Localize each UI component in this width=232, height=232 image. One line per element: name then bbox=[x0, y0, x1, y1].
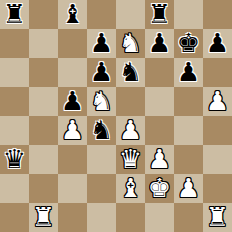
square-c1[interactable] bbox=[58, 203, 87, 232]
square-d3[interactable] bbox=[87, 145, 116, 174]
square-d8[interactable] bbox=[87, 0, 116, 29]
square-b8[interactable] bbox=[29, 0, 58, 29]
square-h5[interactable]: ♟ bbox=[203, 87, 232, 116]
square-a5[interactable] bbox=[0, 87, 29, 116]
square-e6[interactable]: ♞ bbox=[116, 58, 145, 87]
square-a4[interactable] bbox=[0, 116, 29, 145]
white-rook-b1[interactable]: ♜ bbox=[32, 203, 55, 232]
white-knight-d5[interactable]: ♞ bbox=[90, 87, 113, 116]
square-f6[interactable] bbox=[145, 58, 174, 87]
square-g2[interactable]: ♟ bbox=[174, 174, 203, 203]
square-c2[interactable] bbox=[58, 174, 87, 203]
square-f1[interactable] bbox=[145, 203, 174, 232]
square-b4[interactable] bbox=[29, 116, 58, 145]
square-g1[interactable] bbox=[174, 203, 203, 232]
black-rook-f8[interactable]: ♜ bbox=[148, 0, 171, 29]
black-rook-a8[interactable]: ♜ bbox=[3, 0, 26, 29]
square-d7[interactable]: ♟ bbox=[87, 29, 116, 58]
square-b5[interactable] bbox=[29, 87, 58, 116]
square-g8[interactable] bbox=[174, 0, 203, 29]
white-pawn-g2[interactable]: ♟ bbox=[177, 174, 200, 203]
square-h8[interactable] bbox=[203, 0, 232, 29]
black-knight-d4[interactable]: ♞ bbox=[90, 116, 113, 145]
square-d4[interactable]: ♞ bbox=[87, 116, 116, 145]
black-queen-a3[interactable]: ♛ bbox=[3, 145, 26, 174]
square-c3[interactable] bbox=[58, 145, 87, 174]
white-knight-e7[interactable]: ♞ bbox=[119, 29, 142, 58]
white-bishop-e2[interactable]: ♝ bbox=[119, 174, 142, 203]
square-a2[interactable] bbox=[0, 174, 29, 203]
square-d1[interactable] bbox=[87, 203, 116, 232]
black-pawn-h7[interactable]: ♟ bbox=[206, 29, 229, 58]
square-e5[interactable] bbox=[116, 87, 145, 116]
square-f8[interactable]: ♜ bbox=[145, 0, 174, 29]
square-e4[interactable]: ♟ bbox=[116, 116, 145, 145]
square-d5[interactable]: ♞ bbox=[87, 87, 116, 116]
square-f7[interactable]: ♟ bbox=[145, 29, 174, 58]
square-h6[interactable] bbox=[203, 58, 232, 87]
white-pawn-e4[interactable]: ♟ bbox=[119, 116, 142, 145]
square-b2[interactable] bbox=[29, 174, 58, 203]
square-e1[interactable] bbox=[116, 203, 145, 232]
white-rook-h1[interactable]: ♜ bbox=[206, 203, 229, 232]
square-e3[interactable]: ♛ bbox=[116, 145, 145, 174]
square-a3[interactable]: ♛ bbox=[0, 145, 29, 174]
white-queen-e3[interactable]: ♛ bbox=[119, 145, 142, 174]
square-c5[interactable]: ♟ bbox=[58, 87, 87, 116]
square-b7[interactable] bbox=[29, 29, 58, 58]
square-a6[interactable] bbox=[0, 58, 29, 87]
square-c8[interactable]: ♝ bbox=[58, 0, 87, 29]
black-pawn-c5[interactable]: ♟ bbox=[61, 87, 84, 116]
chess-board: ♜♝♜♟♞♟♚♟♟♞♟♟♞♟♟♞♟♛♛♟♝♚♟♜♜ bbox=[0, 0, 232, 232]
square-b3[interactable] bbox=[29, 145, 58, 174]
square-h7[interactable]: ♟ bbox=[203, 29, 232, 58]
white-pawn-f3[interactable]: ♟ bbox=[148, 145, 171, 174]
white-king-f2[interactable]: ♚ bbox=[148, 174, 171, 203]
square-c6[interactable] bbox=[58, 58, 87, 87]
square-a8[interactable]: ♜ bbox=[0, 0, 29, 29]
square-c4[interactable]: ♟ bbox=[58, 116, 87, 145]
black-pawn-d7[interactable]: ♟ bbox=[90, 29, 113, 58]
square-g5[interactable] bbox=[174, 87, 203, 116]
square-b6[interactable] bbox=[29, 58, 58, 87]
square-f3[interactable]: ♟ bbox=[145, 145, 174, 174]
square-h1[interactable]: ♜ bbox=[203, 203, 232, 232]
square-g7[interactable]: ♚ bbox=[174, 29, 203, 58]
square-e8[interactable] bbox=[116, 0, 145, 29]
black-king-g7[interactable]: ♚ bbox=[177, 29, 200, 58]
square-a1[interactable] bbox=[0, 203, 29, 232]
square-d2[interactable] bbox=[87, 174, 116, 203]
black-pawn-d6[interactable]: ♟ bbox=[90, 58, 113, 87]
square-d6[interactable]: ♟ bbox=[87, 58, 116, 87]
black-bishop-c8[interactable]: ♝ bbox=[61, 0, 84, 29]
square-e2[interactable]: ♝ bbox=[116, 174, 145, 203]
square-h4[interactable] bbox=[203, 116, 232, 145]
black-knight-e6[interactable]: ♞ bbox=[119, 58, 142, 87]
white-pawn-c4[interactable]: ♟ bbox=[61, 116, 84, 145]
black-pawn-f7[interactable]: ♟ bbox=[148, 29, 171, 58]
square-b1[interactable]: ♜ bbox=[29, 203, 58, 232]
square-g4[interactable] bbox=[174, 116, 203, 145]
square-c7[interactable] bbox=[58, 29, 87, 58]
square-f2[interactable]: ♚ bbox=[145, 174, 174, 203]
square-a7[interactable] bbox=[0, 29, 29, 58]
square-g6[interactable]: ♟ bbox=[174, 58, 203, 87]
square-h3[interactable] bbox=[203, 145, 232, 174]
square-e7[interactable]: ♞ bbox=[116, 29, 145, 58]
square-f5[interactable] bbox=[145, 87, 174, 116]
black-pawn-g6[interactable]: ♟ bbox=[177, 58, 200, 87]
square-f4[interactable] bbox=[145, 116, 174, 145]
square-h2[interactable] bbox=[203, 174, 232, 203]
white-pawn-h5[interactable]: ♟ bbox=[206, 87, 229, 116]
square-g3[interactable] bbox=[174, 145, 203, 174]
